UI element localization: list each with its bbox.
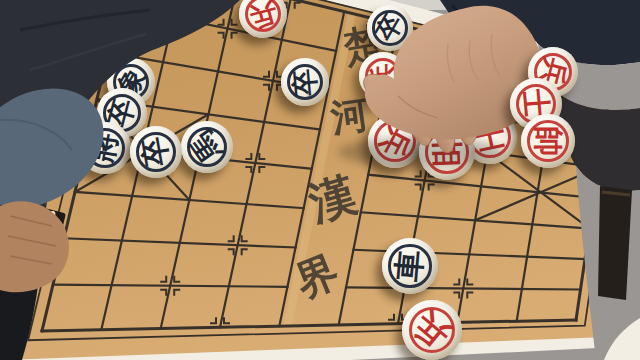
piece-ring: 兵 [245,0,282,32]
piece-character: 相 [431,136,463,168]
piece-ring: 卒 [136,132,176,172]
piece-character: 士 [472,119,508,155]
piece-character: 兵 [370,63,397,90]
river-text: 河 [327,91,372,141]
piece-ring: 車 [388,244,431,287]
piece-character: 馬 [187,127,228,168]
piece-ring: 相 [425,130,468,173]
piece-ring: 兵 [365,58,402,95]
piece-black-soldier-4[interactable]: 卒 [367,5,413,51]
piece-red-elephant[interactable]: 相 [419,124,475,180]
piece-character: 兵 [247,0,280,30]
piece-red-soldier-3[interactable]: 兵 [368,114,422,168]
piece-character: 卒 [290,67,319,96]
piece-red-soldier-cap[interactable]: 兵 [239,0,287,38]
street-xiangqi-scene: 楚河漢界XSΦ60 象卒將卒馬卒卒車兵兵兵士士帥兵相兵 [0,0,640,360]
piece-red-general[interactable]: 帥 [521,114,575,168]
piece-character: 兵 [408,306,455,353]
piece-black-horse[interactable]: 馬 [181,121,233,173]
piece-black-soldier-2[interactable]: 卒 [130,126,182,178]
board-brand-badge: XS [41,208,59,229]
piece-ring: 馬 [187,127,227,167]
piece-black-soldier-3[interactable]: 卒 [281,58,329,106]
river-text: 界 [287,246,345,308]
piece-ring: 卒 [287,64,324,101]
piece-ring: 卒 [372,10,407,45]
piece-ring: 將 [85,128,125,168]
piece-ring: 兵 [409,307,455,353]
piece-black-chariot[interactable]: 車 [382,238,438,294]
piece-character: 帥 [533,126,563,156]
piece-ring: 帥 [527,120,569,162]
piece-character: 卒 [372,10,407,45]
piece-red-soldier-4[interactable]: 兵 [402,300,462,360]
piece-character: 車 [393,249,427,283]
board-size-label: Φ60 [28,248,50,280]
piece-ring: 士 [469,116,511,158]
piece-character: 兵 [375,121,416,162]
piece-ring: 兵 [374,120,416,162]
river-text: 漢 [302,166,362,231]
piece-character: 將 [88,131,122,165]
piece-black-general[interactable]: 將 [79,122,131,174]
piece-red-soldier-1[interactable]: 兵 [359,52,407,100]
piece-character: 卒 [139,135,173,169]
